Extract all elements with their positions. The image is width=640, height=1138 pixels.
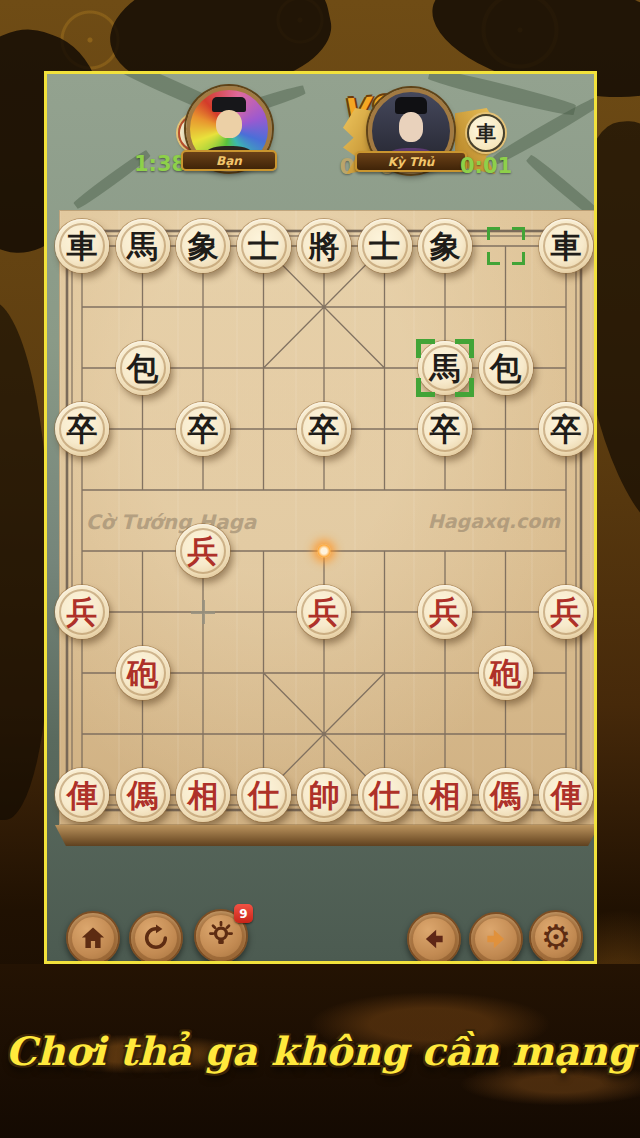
bracket-corner — [512, 252, 525, 265]
xiangqi-piece-red-兵[interactable]: 兵 — [55, 585, 109, 639]
piece-glyph: 卒 — [309, 414, 340, 445]
piece-glyph: 卒 — [551, 414, 582, 445]
xiangqi-piece-black-車[interactable]: 車 — [539, 219, 593, 273]
avatar-face — [216, 110, 243, 138]
piece-glyph: 俥 — [67, 780, 98, 811]
piece-glyph: 象 — [188, 231, 219, 262]
left-player-name: Bạn — [216, 154, 242, 168]
xiangqi-piece-black-卒[interactable]: 卒 — [418, 402, 472, 456]
piece-glyph: 車 — [67, 231, 98, 262]
piece-glyph: 仕 — [369, 780, 400, 811]
piece-glyph: 兵 — [67, 597, 98, 628]
ink-blot — [0, 300, 50, 820]
piece-glyph: 傌 — [127, 780, 158, 811]
piece-glyph: 相 — [430, 780, 461, 811]
undo-icon — [142, 924, 170, 952]
piece-glyph: 砲 — [127, 658, 158, 689]
hint-button[interactable]: 9 — [194, 909, 248, 963]
piece-glyph: 砲 — [490, 658, 521, 689]
piece-glyph: 兵 — [188, 536, 219, 567]
xiangqi-piece-black-馬[interactable]: 馬 — [116, 219, 170, 273]
xiangqi-piece-black-包[interactable]: 包 — [479, 341, 533, 395]
xiangqi-piece-red-兵[interactable]: 兵 — [176, 524, 230, 578]
piece-glyph: 相 — [188, 780, 219, 811]
move-forward-button[interactable] — [469, 912, 523, 964]
move-back-button[interactable] — [407, 912, 461, 964]
gear-icon: ⚙ — [541, 920, 571, 954]
hint-glow-dot-marker — [317, 544, 331, 558]
xiangqi-piece-red-傌[interactable]: 傌 — [116, 768, 170, 822]
move-origin-cross-marker — [191, 600, 215, 624]
xiangqi-piece-black-士[interactable]: 士 — [237, 219, 291, 273]
piece-glyph: 傌 — [490, 780, 521, 811]
home-button[interactable] — [66, 911, 120, 964]
piece-glyph: 卒 — [188, 414, 219, 445]
lightbulb-icon — [206, 921, 236, 951]
xiangqi-piece-red-帥[interactable]: 帥 — [297, 768, 351, 822]
piece-glyph: 象 — [430, 231, 461, 262]
bracket-corner — [512, 227, 525, 240]
xiangqi-piece-black-象[interactable]: 象 — [418, 219, 472, 273]
xiangqi-piece-black-卒[interactable]: 卒 — [176, 402, 230, 456]
piece-glyph: 兵 — [551, 597, 582, 628]
piece-glyph: 帥 — [309, 780, 340, 811]
origin-brackets-marker — [487, 227, 525, 265]
avatar-hat — [395, 97, 426, 114]
board-watermark-right: Hagaxq.com — [428, 510, 562, 533]
piece-glyph: 馬 — [430, 353, 461, 384]
xiangqi-piece-red-兵[interactable]: 兵 — [418, 585, 472, 639]
arrow-right-icon — [483, 926, 509, 952]
piece-glyph: 士 — [369, 231, 400, 262]
xiangqi-piece-red-俥[interactable]: 俥 — [539, 768, 593, 822]
xiangqi-piece-red-砲[interactable]: 砲 — [116, 646, 170, 700]
piece-glyph: 將 — [309, 231, 340, 262]
board-wooden-edge — [55, 825, 597, 846]
xiangqi-piece-black-士[interactable]: 士 — [358, 219, 412, 273]
xiangqi-piece-black-象[interactable]: 象 — [176, 219, 230, 273]
left-player-nameplate: Bạn — [181, 150, 277, 171]
black-side-badge-glyph: 車 — [476, 123, 496, 143]
home-icon — [79, 924, 107, 952]
xiangqi-piece-red-傌[interactable]: 傌 — [479, 768, 533, 822]
settings-button[interactable]: ⚙ — [529, 910, 583, 964]
piece-glyph: 包 — [490, 353, 521, 384]
avatar-face — [399, 112, 424, 142]
game-frame: 俥 1:38 Bạn VS 0 - 0 Kỳ Thủ 車 0:01 Cờ Tướ… — [44, 71, 597, 964]
piece-glyph: 俥 — [551, 780, 582, 811]
right-player-name: Kỳ Thủ — [388, 155, 435, 169]
xiangqi-piece-red-仕[interactable]: 仕 — [237, 768, 291, 822]
piece-glyph: 兵 — [309, 597, 340, 628]
piece-glyph: 車 — [551, 231, 582, 262]
bracket-corner — [487, 252, 500, 265]
piece-glyph: 卒 — [430, 414, 461, 445]
xiangqi-piece-black-卒[interactable]: 卒 — [297, 402, 351, 456]
xiangqi-piece-red-相[interactable]: 相 — [418, 768, 472, 822]
black-side-badge: 車 — [467, 114, 505, 152]
xiangqi-piece-black-將[interactable]: 將 — [297, 219, 351, 273]
piece-glyph: 卒 — [67, 414, 98, 445]
arrow-left-icon — [421, 926, 447, 952]
app-screenshot: 俥 1:38 Bạn VS 0 - 0 Kỳ Thủ 車 0:01 Cờ Tướ… — [0, 0, 640, 1138]
hint-count-badge: 9 — [234, 904, 253, 923]
xiangqi-piece-black-卒[interactable]: 卒 — [539, 402, 593, 456]
xiangqi-piece-red-砲[interactable]: 砲 — [479, 646, 533, 700]
xiangqi-piece-black-卒[interactable]: 卒 — [55, 402, 109, 456]
promo-caption: Chơi thả ga không cần mạng — [0, 1028, 640, 1074]
xiangqi-piece-red-兵[interactable]: 兵 — [297, 585, 351, 639]
piece-glyph: 馬 — [127, 231, 158, 262]
board-watermark-left: Cờ Tướng Haga — [86, 510, 258, 534]
board-grid: Cờ Tướng Haga Hagaxq.com — [59, 210, 595, 825]
right-player-timer: 0:01 — [441, 154, 531, 178]
xiangqi-piece-red-相[interactable]: 相 — [176, 768, 230, 822]
xiangqi-piece-red-兵[interactable]: 兵 — [539, 585, 593, 639]
piece-glyph: 兵 — [430, 597, 461, 628]
xiangqi-piece-black-車[interactable]: 車 — [55, 219, 109, 273]
undo-button[interactable] — [129, 911, 183, 964]
piece-glyph: 士 — [248, 231, 279, 262]
xiangqi-board[interactable]: Cờ Tướng Haga Hagaxq.com 車馬象士將士象車包馬包卒卒卒卒… — [59, 210, 595, 825]
bamboo-leaf — [427, 71, 576, 118]
xiangqi-piece-red-仕[interactable]: 仕 — [358, 768, 412, 822]
bracket-corner — [487, 227, 500, 240]
piece-glyph: 仕 — [248, 780, 279, 811]
xiangqi-piece-red-俥[interactable]: 俥 — [55, 768, 109, 822]
xiangqi-piece-black-包[interactable]: 包 — [116, 341, 170, 395]
piece-glyph: 包 — [127, 353, 158, 384]
